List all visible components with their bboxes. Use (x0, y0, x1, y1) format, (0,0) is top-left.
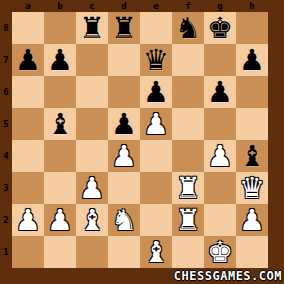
square-a6[interactable] (12, 76, 44, 108)
square-g3[interactable] (204, 172, 236, 204)
white-pawn: ♟ (15, 205, 41, 236)
square-g1[interactable]: ♚ (204, 236, 236, 268)
white-pawn: ♟ (207, 141, 233, 172)
square-e1[interactable]: ♝ (140, 236, 172, 268)
square-e4[interactable] (140, 140, 172, 172)
rank-labels: 87654321 (0, 12, 12, 268)
square-f4[interactable] (172, 140, 204, 172)
square-g2[interactable] (204, 204, 236, 236)
black-bishop: ♝ (47, 109, 73, 140)
file-label-a: a (12, 0, 44, 12)
square-h1[interactable] (236, 236, 268, 268)
black-knight: ♞ (175, 13, 201, 44)
square-h8[interactable] (236, 12, 268, 44)
black-pawn: ♟ (207, 77, 233, 108)
square-e3[interactable] (140, 172, 172, 204)
square-d7[interactable] (108, 44, 140, 76)
black-bishop: ♝ (239, 141, 265, 172)
file-label-b: b (44, 0, 76, 12)
square-e6[interactable]: ♟ (140, 76, 172, 108)
square-a3[interactable] (12, 172, 44, 204)
chess-board: ♜♜♞♚♟♟♛♟♟♟♝♟♟♟♟♝♟♜♛♟♟♝♞♜♟♝♚ (12, 12, 268, 268)
square-a5[interactable] (12, 108, 44, 140)
black-rook: ♜ (111, 13, 137, 44)
square-h3[interactable]: ♛ (236, 172, 268, 204)
chessboard-frame: abcdefgh 87654321 ♜♜♞♚♟♟♛♟♟♟♝♟♟♟♟♝♟♜♛♟♟♝… (0, 0, 284, 284)
square-f6[interactable] (172, 76, 204, 108)
black-queen: ♛ (143, 45, 169, 76)
square-c4[interactable] (76, 140, 108, 172)
square-a7[interactable]: ♟ (12, 44, 44, 76)
square-d6[interactable] (108, 76, 140, 108)
black-pawn: ♟ (15, 45, 41, 76)
rank-label-6: 6 (0, 76, 12, 108)
square-b1[interactable] (44, 236, 76, 268)
white-king: ♚ (207, 237, 233, 268)
white-queen: ♛ (239, 173, 265, 204)
rank-label-1: 1 (0, 236, 12, 268)
square-a8[interactable] (12, 12, 44, 44)
black-pawn: ♟ (239, 45, 265, 76)
square-h6[interactable] (236, 76, 268, 108)
square-b7[interactable]: ♟ (44, 44, 76, 76)
white-knight: ♞ (111, 205, 137, 236)
square-a2[interactable]: ♟ (12, 204, 44, 236)
white-pawn: ♟ (47, 205, 73, 236)
square-c6[interactable] (76, 76, 108, 108)
square-c3[interactable]: ♟ (76, 172, 108, 204)
square-e7[interactable]: ♛ (140, 44, 172, 76)
white-bishop: ♝ (143, 237, 169, 268)
square-h2[interactable]: ♟ (236, 204, 268, 236)
black-king: ♚ (207, 13, 233, 44)
rank-label-7: 7 (0, 44, 12, 76)
square-h5[interactable] (236, 108, 268, 140)
square-e5[interactable]: ♟ (140, 108, 172, 140)
square-d8[interactable]: ♜ (108, 12, 140, 44)
square-b8[interactable] (44, 12, 76, 44)
rank-label-2: 2 (0, 204, 12, 236)
square-e8[interactable] (140, 12, 172, 44)
white-pawn: ♟ (111, 141, 137, 172)
rank-label-3: 3 (0, 172, 12, 204)
square-b5[interactable]: ♝ (44, 108, 76, 140)
square-d5[interactable]: ♟ (108, 108, 140, 140)
black-rook: ♜ (79, 13, 105, 44)
square-d3[interactable] (108, 172, 140, 204)
square-c7[interactable] (76, 44, 108, 76)
black-pawn: ♟ (143, 77, 169, 108)
square-c8[interactable]: ♜ (76, 12, 108, 44)
file-label-h: h (236, 0, 268, 12)
white-pawn: ♟ (79, 173, 105, 204)
square-b6[interactable] (44, 76, 76, 108)
square-h4[interactable]: ♝ (236, 140, 268, 172)
rank-label-8: 8 (0, 12, 12, 44)
square-f2[interactable]: ♜ (172, 204, 204, 236)
white-rook: ♜ (175, 173, 201, 204)
square-g8[interactable]: ♚ (204, 12, 236, 44)
square-d2[interactable]: ♞ (108, 204, 140, 236)
square-g6[interactable]: ♟ (204, 76, 236, 108)
square-f1[interactable] (172, 236, 204, 268)
square-g4[interactable]: ♟ (204, 140, 236, 172)
square-f3[interactable]: ♜ (172, 172, 204, 204)
white-pawn: ♟ (143, 109, 169, 140)
square-g5[interactable] (204, 108, 236, 140)
rank-label-4: 4 (0, 140, 12, 172)
square-g7[interactable] (204, 44, 236, 76)
square-b3[interactable] (44, 172, 76, 204)
square-c5[interactable] (76, 108, 108, 140)
black-pawn: ♟ (111, 109, 137, 140)
square-f8[interactable]: ♞ (172, 12, 204, 44)
file-label-e: e (140, 0, 172, 12)
square-d4[interactable]: ♟ (108, 140, 140, 172)
white-rook: ♜ (175, 205, 201, 236)
square-a4[interactable] (12, 140, 44, 172)
square-b2[interactable]: ♟ (44, 204, 76, 236)
square-f5[interactable] (172, 108, 204, 140)
square-e2[interactable] (140, 204, 172, 236)
square-c1[interactable] (76, 236, 108, 268)
square-f7[interactable] (172, 44, 204, 76)
white-pawn: ♟ (239, 205, 265, 236)
white-bishop: ♝ (79, 205, 105, 236)
square-b4[interactable] (44, 140, 76, 172)
square-d1[interactable] (108, 236, 140, 268)
square-c2[interactable]: ♝ (76, 204, 108, 236)
square-a1[interactable] (12, 236, 44, 268)
chessgames-watermark: CHESSGAMES.COM (174, 269, 282, 283)
square-h7[interactable]: ♟ (236, 44, 268, 76)
black-pawn: ♟ (47, 45, 73, 76)
rank-label-5: 5 (0, 108, 12, 140)
